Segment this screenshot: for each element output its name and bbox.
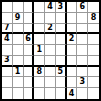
cell-r8c2-empty[interactable] xyxy=(13,77,24,88)
cell-r7c9-empty[interactable] xyxy=(88,67,99,78)
cell-r1c5-given-4[interactable]: 4 xyxy=(45,2,56,13)
cell-r2c3-empty[interactable] xyxy=(24,13,35,24)
cell-r7c2-given-1[interactable]: 1 xyxy=(13,67,24,78)
cell-r3c2-empty[interactable] xyxy=(13,24,24,35)
cell-r2c8-empty[interactable] xyxy=(77,13,88,24)
cell-r9c6-empty[interactable] xyxy=(56,88,67,99)
cell-r9c3-empty[interactable] xyxy=(24,88,35,99)
cell-r6c8-empty[interactable] xyxy=(77,56,88,67)
cell-r5c7-empty[interactable] xyxy=(67,45,78,56)
cell-r2c1-empty[interactable] xyxy=(2,13,13,24)
cell-r4c1-given-4[interactable]: 4 xyxy=(2,34,13,45)
cell-r6c1-given-3[interactable]: 3 xyxy=(2,56,13,67)
cell-r8c5-empty[interactable] xyxy=(45,77,56,88)
cell-r3c7-empty[interactable] xyxy=(67,24,78,35)
cell-r4c2-empty[interactable] xyxy=(13,34,24,45)
cell-r8c9-empty[interactable] xyxy=(88,77,99,88)
cell-r6c7-empty[interactable] xyxy=(67,56,78,67)
cell-r3c6-empty[interactable] xyxy=(56,24,67,35)
cell-r1c1-empty[interactable] xyxy=(2,2,13,13)
cell-r4c9-empty[interactable] xyxy=(88,34,99,45)
cell-r8c4-empty[interactable] xyxy=(34,77,45,88)
cell-r2c9-given-8[interactable]: 8 xyxy=(88,13,99,24)
cell-r2c4-empty[interactable] xyxy=(34,13,45,24)
cell-r3c3-empty[interactable] xyxy=(24,24,35,35)
cell-r7c5-empty[interactable] xyxy=(45,67,56,78)
cell-r5c8-empty[interactable] xyxy=(77,45,88,56)
cell-r2c6-empty[interactable] xyxy=(56,13,67,24)
cell-r7c1-empty[interactable] xyxy=(2,67,13,78)
cell-r5c6-empty[interactable] xyxy=(56,45,67,56)
cell-r7c7-empty[interactable] xyxy=(67,67,78,78)
cell-r7c6-given-5[interactable]: 5 xyxy=(56,67,67,78)
cell-r4c7-given-2[interactable]: 2 xyxy=(67,34,78,45)
cell-r1c3-empty[interactable] xyxy=(24,2,35,13)
cell-r7c8-empty[interactable] xyxy=(77,67,88,78)
cell-r2c7-empty[interactable] xyxy=(67,13,78,24)
cell-r5c1-empty[interactable] xyxy=(2,45,13,56)
cell-r6c4-empty[interactable] xyxy=(34,56,45,67)
cell-r2c5-empty[interactable] xyxy=(45,13,56,24)
cell-r7c3-empty[interactable] xyxy=(24,67,35,78)
cell-r8c8-given-3[interactable]: 3 xyxy=(77,77,88,88)
cell-r1c7-empty[interactable] xyxy=(67,2,78,13)
cell-r4c6-empty[interactable] xyxy=(56,34,67,45)
cell-r5c3-empty[interactable] xyxy=(24,45,35,56)
cell-r3c4-empty[interactable] xyxy=(34,24,45,35)
cell-r1c4-empty[interactable] xyxy=(34,2,45,13)
cell-r4c4-empty[interactable] xyxy=(34,34,45,45)
cell-r2c2-given-9[interactable]: 9 xyxy=(13,13,24,24)
cell-r3c9-empty[interactable] xyxy=(88,24,99,35)
cell-r9c5-empty[interactable] xyxy=(45,88,56,99)
cell-r5c5-empty[interactable] xyxy=(45,45,56,56)
cell-r6c2-empty[interactable] xyxy=(13,56,24,67)
cell-r6c5-empty[interactable] xyxy=(45,56,56,67)
cell-r4c3-given-6[interactable]: 6 xyxy=(24,34,35,45)
cell-r8c1-empty[interactable] xyxy=(2,77,13,88)
cell-r7c4-given-8[interactable]: 8 xyxy=(34,67,45,78)
cell-r3c1-given-7[interactable]: 7 xyxy=(2,24,13,35)
cell-r9c9-empty[interactable] xyxy=(88,88,99,99)
cell-r5c4-given-1[interactable]: 1 xyxy=(34,45,45,56)
cell-r9c2-empty[interactable] xyxy=(13,88,24,99)
cell-r8c6-empty[interactable] xyxy=(56,77,67,88)
cell-r8c7-empty[interactable] xyxy=(67,77,78,88)
cell-r8c3-empty[interactable] xyxy=(24,77,35,88)
cell-r5c9-empty[interactable] xyxy=(88,45,99,56)
cell-r9c1-empty[interactable] xyxy=(2,88,13,99)
cell-r3c8-empty[interactable] xyxy=(77,24,88,35)
cell-r4c5-empty[interactable] xyxy=(45,34,56,45)
cell-r1c2-empty[interactable] xyxy=(13,2,24,13)
cell-r3c5-given-2[interactable]: 2 xyxy=(45,24,56,35)
cell-r1c8-given-6[interactable]: 6 xyxy=(77,2,88,13)
cell-r6c9-empty[interactable] xyxy=(88,56,99,67)
cell-r9c4-empty[interactable] xyxy=(34,88,45,99)
cell-r6c6-empty[interactable] xyxy=(56,56,67,67)
cell-r6c3-empty[interactable] xyxy=(24,56,35,67)
cell-r5c2-empty[interactable] xyxy=(13,45,24,56)
cell-r9c8-empty[interactable] xyxy=(77,88,88,99)
cell-r4c8-empty[interactable] xyxy=(77,34,88,45)
sudoku-board: 43698724621318534 xyxy=(0,0,101,101)
cell-r1c9-empty[interactable] xyxy=(88,2,99,13)
cell-r9c7-given-4[interactable]: 4 xyxy=(67,88,78,99)
cell-r1c6-given-3[interactable]: 3 xyxy=(56,2,67,13)
